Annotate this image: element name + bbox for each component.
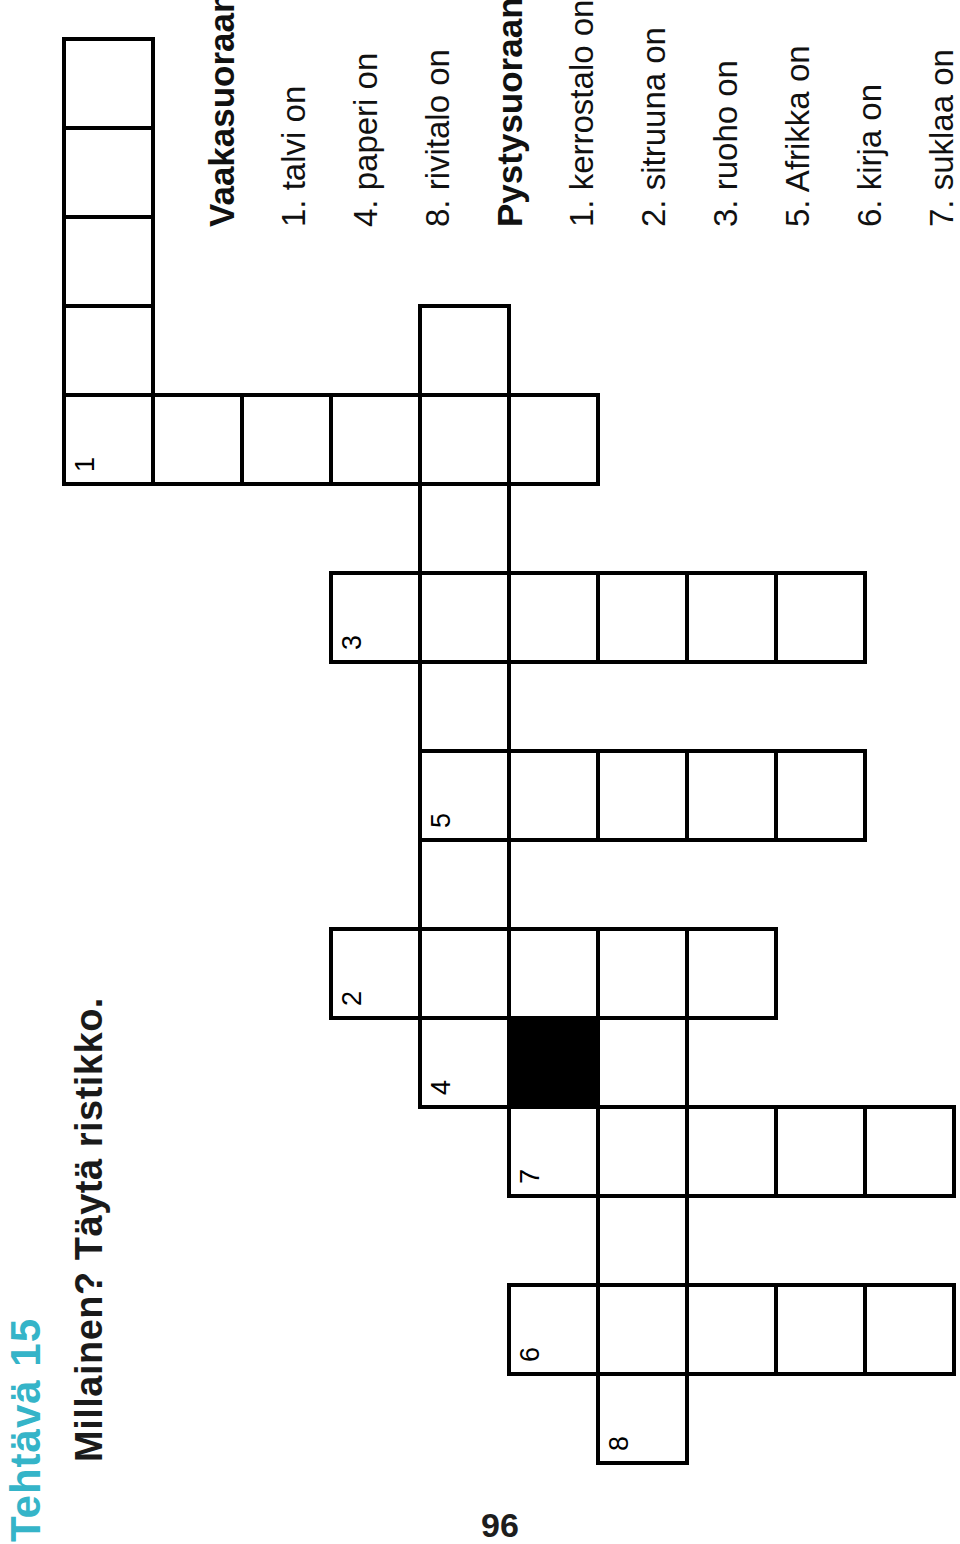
- clue-number: 8: [606, 1436, 633, 1451]
- page-number: 96: [460, 1506, 540, 1544]
- clue-number: 2: [339, 991, 366, 1006]
- clue-number: 7: [517, 1169, 544, 1184]
- grid-cell[interactable]: 3: [329, 571, 422, 664]
- grid-cell[interactable]: [418, 482, 511, 575]
- rotated-content: Tehtävä 15 Millainen? Täytä ristikko. 12…: [0, 0, 960, 1544]
- grid-cell[interactable]: [418, 393, 511, 486]
- grid-cell[interactable]: [507, 749, 600, 842]
- grid-cell[interactable]: [774, 749, 867, 842]
- clue-number: 1: [72, 457, 99, 472]
- clue-number: 4: [428, 1080, 455, 1095]
- black-cell: [507, 1016, 600, 1109]
- grid-cell[interactable]: [685, 1283, 778, 1376]
- grid-cell[interactable]: [62, 37, 155, 130]
- down-clue-3: 3. ruoho on: [690, 0, 762, 227]
- grid-cell[interactable]: 5: [418, 749, 511, 842]
- grid-cell[interactable]: [62, 126, 155, 219]
- page: Tehtävä 15 Millainen? Täytä ristikko. 12…: [0, 0, 960, 1544]
- across-heading: Vaakasuoraan: [186, 0, 258, 227]
- grid-cell[interactable]: [863, 1105, 956, 1198]
- down-clue-2: 2. sitruuna on: [618, 0, 690, 227]
- grid-cell[interactable]: [62, 215, 155, 308]
- clue-number: 5: [428, 813, 455, 828]
- clue-list: Vaakasuoraan 1. talvi on 4. paperi on 8.…: [186, 0, 960, 227]
- grid-cell[interactable]: [863, 1283, 956, 1376]
- grid-cell[interactable]: [685, 1105, 778, 1198]
- crossword-grid: 12345678: [62, 33, 960, 1465]
- grid-cell[interactable]: [596, 1283, 689, 1376]
- grid-cell[interactable]: [596, 749, 689, 842]
- grid-cell[interactable]: [685, 927, 778, 1020]
- grid-cell[interactable]: [596, 1105, 689, 1198]
- grid-cell[interactable]: 1: [62, 393, 155, 486]
- grid-cell[interactable]: [151, 393, 244, 486]
- across-clue-8: 8. rivitalo on: [402, 0, 474, 227]
- grid-cell[interactable]: 2: [329, 927, 422, 1020]
- grid-cell[interactable]: [507, 927, 600, 1020]
- grid-cell[interactable]: [685, 749, 778, 842]
- page-title: Tehtävä 15: [2, 1318, 50, 1542]
- grid-cell[interactable]: [596, 1194, 689, 1287]
- grid-cell[interactable]: [418, 927, 511, 1020]
- grid-cell[interactable]: [774, 571, 867, 664]
- down-heading: Pystysuoraan: [474, 0, 546, 227]
- clue-number: 6: [517, 1347, 544, 1362]
- grid-cell[interactable]: 4: [418, 1016, 511, 1109]
- grid-cell[interactable]: 6: [507, 1283, 600, 1376]
- grid-cell[interactable]: [596, 927, 689, 1020]
- grid-cell[interactable]: 8: [596, 1372, 689, 1465]
- grid-cell[interactable]: 7: [507, 1105, 600, 1198]
- across-clue-1: 1. talvi on: [258, 0, 330, 227]
- down-clue-1: 1. kerrostalo on: [546, 0, 618, 227]
- grid-cell[interactable]: [418, 838, 511, 931]
- grid-cell[interactable]: [418, 304, 511, 397]
- clue-number: 3: [339, 635, 366, 650]
- across-clue-4: 4. paperi on: [330, 0, 402, 227]
- grid-cell[interactable]: [774, 1105, 867, 1198]
- grid-cell[interactable]: [418, 571, 511, 664]
- grid-cell[interactable]: [596, 571, 689, 664]
- down-clue-7: 7. suklaa on: [906, 0, 960, 227]
- grid-cell[interactable]: [240, 393, 333, 486]
- grid-cell[interactable]: [507, 571, 600, 664]
- down-clue-5: 5. Afrikka on: [762, 0, 834, 227]
- grid-cell[interactable]: [685, 571, 778, 664]
- down-clue-6: 6. kirja on: [834, 0, 906, 227]
- grid-cell[interactable]: [507, 393, 600, 486]
- grid-cell[interactable]: [329, 393, 422, 486]
- grid-cell[interactable]: [774, 1283, 867, 1376]
- grid-cell[interactable]: [62, 304, 155, 397]
- grid-cell[interactable]: [418, 660, 511, 753]
- grid-cell[interactable]: [596, 1016, 689, 1109]
